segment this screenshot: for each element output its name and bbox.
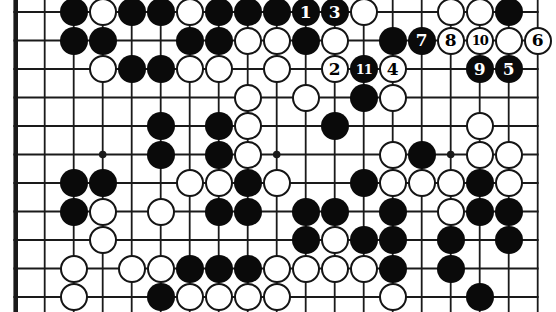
stone-white [118,255,146,283]
stone-black [205,255,233,283]
stone-white [263,255,291,283]
stone-black [60,27,88,55]
stone-black [466,198,494,226]
stone-black-move-3: 3 [321,0,349,26]
move-number-label: 1 [300,4,312,21]
stone-white [350,255,378,283]
stone-black [263,0,291,26]
stone-black [147,112,175,140]
move-number-label: 9 [474,61,486,78]
stone-white [60,283,88,311]
stone-white [408,169,436,197]
stone-black [205,0,233,26]
move-number-label: 7 [416,32,428,49]
stone-white [205,169,233,197]
stone-white [263,169,291,197]
move-number-label: 11 [356,63,372,76]
stone-white [379,283,407,311]
stone-black [379,27,407,55]
move-number-label: 3 [329,4,341,21]
stone-black [466,283,494,311]
stone-black [437,226,465,254]
move-number-label: 10 [472,34,488,47]
stone-black [292,27,320,55]
stone-black [292,198,320,226]
stone-white [147,198,175,226]
stone-black [89,27,117,55]
stone-white [437,198,465,226]
stone-black [350,169,378,197]
stone-white [234,27,262,55]
stone-black [234,198,262,226]
stone-white [321,226,349,254]
stone-black [118,0,146,26]
stone-black-move-9: 9 [466,55,494,83]
stone-white [466,112,494,140]
stone-white [263,27,291,55]
stone-white [292,84,320,112]
stone-black [350,84,378,112]
stone-black [437,255,465,283]
move-number-label: 8 [445,32,457,49]
stone-black [176,255,204,283]
stone-black-move-7: 7 [408,27,436,55]
stone-black [234,0,262,26]
stone-white [379,141,407,169]
move-number-label: 4 [387,61,399,78]
stone-black [60,198,88,226]
stone-white [89,55,117,83]
stone-black [234,169,262,197]
stone-white-move-8: 8 [437,27,465,55]
stone-white [437,0,465,26]
stone-black [379,255,407,283]
move-number-label: 5 [503,61,515,78]
stone-white [234,112,262,140]
stone-black [60,0,88,26]
stone-white [495,27,523,55]
stone-black [379,198,407,226]
stone-black [118,55,146,83]
stone-black-move-11: 11 [350,55,378,83]
stone-white-move-4: 4 [379,55,407,83]
stone-black [379,226,407,254]
stone-white [89,0,117,26]
stone-black [495,198,523,226]
stone-black [147,283,175,311]
stone-white-move-6: 6 [524,27,552,55]
stone-white [321,27,349,55]
stone-black [234,255,262,283]
stone-white-move-10: 10 [466,27,494,55]
stone-white [234,84,262,112]
stone-white [89,198,117,226]
stone-black [495,226,523,254]
stone-black [321,112,349,140]
go-board: 1378106211495 [0,0,556,312]
stone-black-move-5: 5 [495,55,523,83]
stone-white [437,169,465,197]
stone-white [176,55,204,83]
stones-layer: 1378106211495 [1,0,552,311]
stone-white-move-2: 2 [321,55,349,83]
stone-white [466,0,494,26]
stone-black [292,226,320,254]
stone-black [205,198,233,226]
stone-black [60,169,88,197]
stone-black [205,141,233,169]
stone-black-move-1: 1 [292,0,320,26]
stone-black [89,169,117,197]
stone-black [147,0,175,26]
stone-white [205,283,233,311]
move-number-label: 2 [329,61,341,78]
stone-black [466,169,494,197]
stone-white [176,169,204,197]
stone-black [147,55,175,83]
stone-white [379,169,407,197]
stone-white [89,226,117,254]
stone-white [263,283,291,311]
stone-white [292,255,320,283]
stone-white [466,141,494,169]
stone-white [234,283,262,311]
stone-white [234,141,262,169]
stone-white [147,255,175,283]
stone-white [60,255,88,283]
stone-white [176,0,204,26]
stone-white [379,84,407,112]
stone-black [350,226,378,254]
stone-black [147,141,175,169]
stone-white [321,255,349,283]
stone-black [321,198,349,226]
stone-black [205,112,233,140]
stone-white [205,55,233,83]
stone-white [350,0,378,26]
move-number-label: 6 [532,32,544,49]
stone-white [176,283,204,311]
stone-white [263,55,291,83]
stone-black [205,27,233,55]
stone-black [495,0,523,26]
stone-black [408,141,436,169]
stone-white [495,169,523,197]
stone-black [176,27,204,55]
stone-white [495,141,523,169]
